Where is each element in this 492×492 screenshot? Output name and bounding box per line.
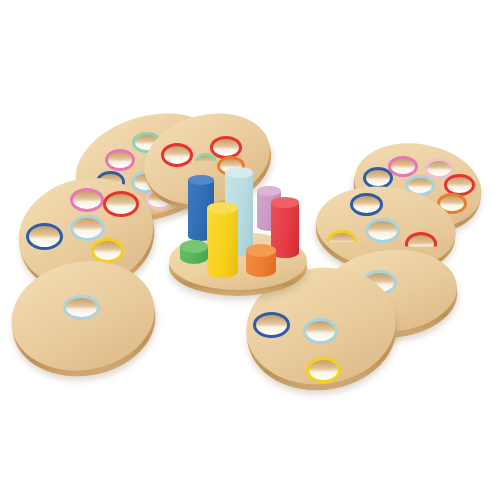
disc-g-hole-light-blue-ring [303, 318, 338, 344]
peg-yellow-group [207, 202, 238, 278]
disc-b-hole-pink-ring [70, 188, 104, 212]
peg-green-top-face [180, 240, 208, 253]
disc-b-hole-light-blue-ring [70, 215, 105, 241]
disc-b-hole-blue-ring [26, 223, 63, 250]
disc-c-hole-light-blue-ring [63, 295, 100, 320]
peg-yellow-top-face [207, 202, 238, 214]
peg-green-group [180, 240, 208, 264]
disc-b-hole-red-ring [103, 191, 139, 217]
peg-blue-top-face [188, 175, 214, 185]
disc-g-hole-yellow-ring [306, 357, 341, 383]
disc-e-hole-blue-ring [350, 193, 383, 216]
disc-a2-hole-red-ring [210, 136, 242, 159]
peg-yellow[interactable] [207, 208, 238, 278]
peg-orange-group [246, 244, 276, 277]
peg-orange-top-face [246, 244, 276, 257]
peg-light-blue-top-face [225, 167, 253, 178]
disc-a2-hole-red-ring [161, 143, 193, 167]
scene [0, 0, 492, 492]
disc-g-hole-blue-ring [253, 312, 290, 338]
disc-d-hole-pink-ring [388, 156, 418, 177]
disc-e-hole-light-blue-ring [365, 218, 400, 243]
peg-pink-top-face [257, 186, 281, 196]
peg-red-top-face [271, 197, 299, 208]
